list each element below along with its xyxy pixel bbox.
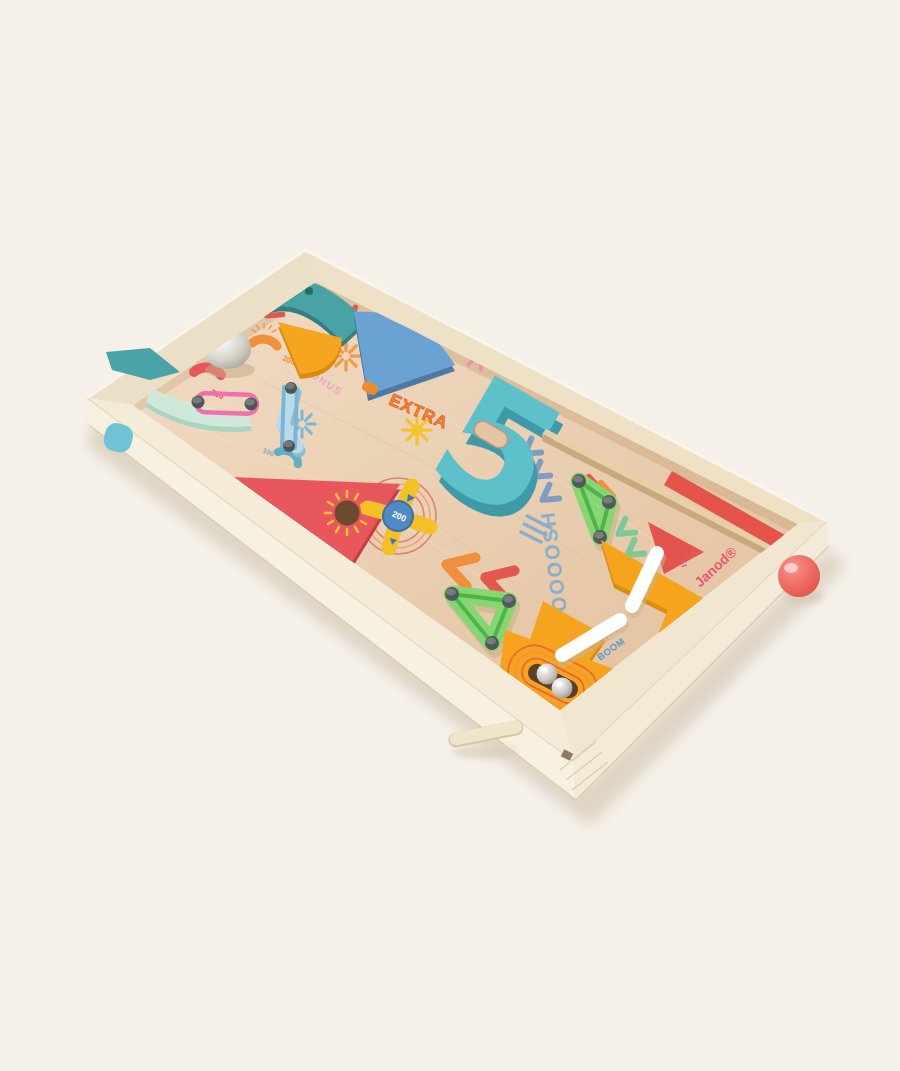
- steel-ball-2: [552, 678, 573, 699]
- pinball-scene: BONUS EXTRA WOOOOSH: [0, 0, 900, 1071]
- product-photo: BONUS EXTRA WOOOOSH: [0, 0, 900, 1071]
